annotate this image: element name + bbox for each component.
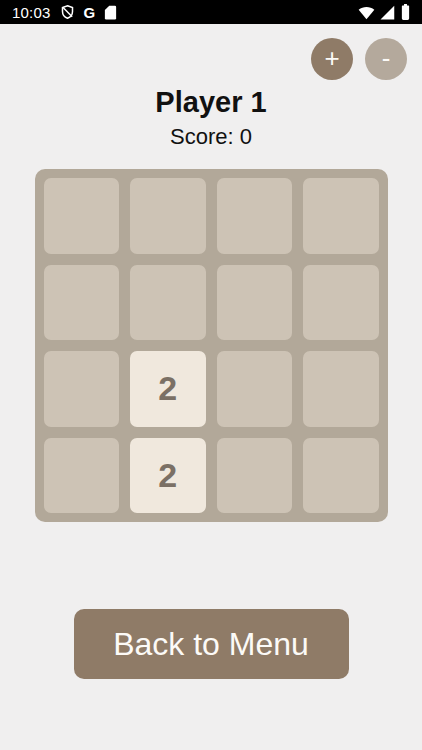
clock: 10:03: [12, 4, 51, 21]
board-cell-empty: [44, 351, 120, 427]
board-cell-empty: [44, 265, 120, 341]
board-size-controls: + -: [311, 38, 407, 80]
cell-signal-icon: [380, 5, 396, 20]
board-cell-empty: [130, 265, 206, 341]
board-cell-empty: [303, 438, 379, 514]
increase-button[interactable]: +: [311, 38, 353, 80]
board-cell-empty: [217, 265, 293, 341]
decrease-button[interactable]: -: [365, 38, 407, 80]
board-cell-empty: [44, 178, 120, 254]
status-bar: 10:03 G: [0, 0, 422, 24]
sim-card-icon: [104, 5, 117, 20]
board-cell-empty: [217, 351, 293, 427]
tile-2: 2: [130, 351, 206, 427]
board-cell-empty: [303, 178, 379, 254]
board-cell-empty: [44, 438, 120, 514]
status-bar-left: 10:03 G: [12, 4, 117, 21]
status-bar-right: [358, 4, 410, 20]
page-title: Player 1: [0, 86, 422, 119]
battery-icon: [401, 4, 410, 20]
board-cell-empty: [130, 178, 206, 254]
shield-off-icon: [60, 4, 75, 20]
google-g-icon: G: [84, 5, 96, 20]
board-cell-empty: [303, 265, 379, 341]
board-cell-empty: [303, 351, 379, 427]
board-cell-empty: [217, 178, 293, 254]
back-to-menu-button[interactable]: Back to Menu: [74, 609, 349, 679]
score-label: Score: 0: [0, 124, 422, 150]
tile-2: 2: [130, 438, 206, 514]
board[interactable]: 22: [35, 169, 388, 522]
board-cell-empty: [217, 438, 293, 514]
wifi-icon: [358, 5, 375, 20]
